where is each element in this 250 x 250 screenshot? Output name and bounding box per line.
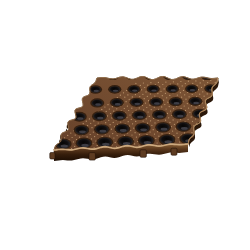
pit-c3-r2[interactable] bbox=[129, 98, 143, 107]
pit-c2-r0[interactable] bbox=[72, 112, 87, 122]
pit-c2-r4[interactable] bbox=[152, 110, 167, 120]
pit-c1-r2[interactable] bbox=[114, 123, 130, 133]
connector-tab-icon bbox=[50, 153, 55, 160]
pit-c1-r5[interactable] bbox=[176, 121, 192, 131]
pit-c2-r5[interactable] bbox=[172, 109, 187, 119]
pit-c4-r5[interactable] bbox=[185, 84, 198, 93]
pit-c2-r1[interactable] bbox=[92, 111, 107, 121]
mancala-board bbox=[0, 0, 250, 250]
pit-c4-r1[interactable] bbox=[108, 85, 121, 94]
pit-c4-r3[interactable] bbox=[147, 85, 160, 94]
pit-c3-r1[interactable] bbox=[110, 98, 124, 107]
pit-c4-r2[interactable] bbox=[127, 85, 140, 94]
product-image-canvas bbox=[0, 0, 250, 250]
pit-c1-r3[interactable] bbox=[135, 123, 151, 133]
pit-c4-r4[interactable] bbox=[166, 85, 179, 94]
pit-c1-r0[interactable] bbox=[74, 125, 90, 135]
pit-c3-r5[interactable] bbox=[188, 97, 202, 106]
pit-c1-r1[interactable] bbox=[94, 124, 110, 134]
connector-tab-icon bbox=[140, 150, 146, 158]
pit-c1-r4[interactable] bbox=[155, 122, 171, 132]
pit-c2-r3[interactable] bbox=[132, 110, 147, 120]
pit-c0-r1[interactable] bbox=[76, 138, 93, 149]
pit-c2-r2[interactable] bbox=[112, 111, 127, 121]
pit-c3-r4[interactable] bbox=[169, 97, 183, 106]
connector-tab-icon bbox=[89, 153, 95, 161]
pit-c3-r3[interactable] bbox=[149, 97, 163, 106]
connector-tab-icon bbox=[171, 148, 177, 155]
pit-c5-r6[interactable] bbox=[220, 72, 233, 80]
pit-c3-r0[interactable] bbox=[90, 98, 104, 107]
